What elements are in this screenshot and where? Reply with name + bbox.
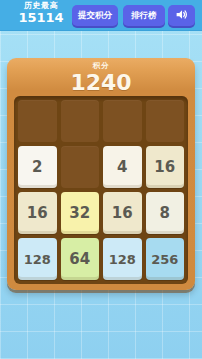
tile-128-r4c1: 128 [18, 238, 57, 280]
empty-cell-r1c4 [146, 100, 185, 142]
best-score-block: 历史最高 15114 [14, 2, 68, 25]
tile-32-r3c2: 32 [61, 192, 100, 234]
game-board: 积分 1240 2416163216812864128256 [7, 58, 195, 290]
tile-2-r2c1: 2 [18, 146, 57, 188]
tile-grid[interactable]: 2416163216812864128256 [18, 100, 184, 280]
top-bar: 历史最高 15114 提交积分 排行榜 [0, 0, 202, 31]
game-screen: 历史最高 15114 提交积分 排行榜 积分 1240 241616321681… [0, 0, 202, 359]
tile-256-r4c4: 256 [146, 238, 185, 280]
sound-toggle-button[interactable] [168, 5, 195, 26]
tile-16-r3c1: 16 [18, 192, 57, 234]
speaker-icon [175, 10, 188, 20]
tile-8-r3c4: 8 [146, 192, 185, 234]
empty-cell-r1c1 [18, 100, 57, 142]
empty-cell-r1c2 [61, 100, 100, 142]
tile-16-r2c4: 16 [146, 146, 185, 188]
empty-cell-r1c3 [103, 100, 142, 142]
board-inner-panel: 2416163216812864128256 [14, 96, 188, 284]
submit-score-button[interactable]: 提交积分 [72, 5, 118, 26]
tile-4-r2c3: 4 [103, 146, 142, 188]
tile-128-r4c3: 128 [103, 238, 142, 280]
best-score-value: 15114 [14, 11, 68, 25]
tile-16-r3c3: 16 [103, 192, 142, 234]
tile-64-r4c2: 64 [61, 238, 100, 280]
score-value: 1240 [7, 71, 195, 94]
empty-cell-r2c2 [61, 146, 100, 188]
leaderboard-button[interactable]: 排行榜 [123, 5, 165, 26]
score-header: 积分 1240 [7, 61, 195, 94]
